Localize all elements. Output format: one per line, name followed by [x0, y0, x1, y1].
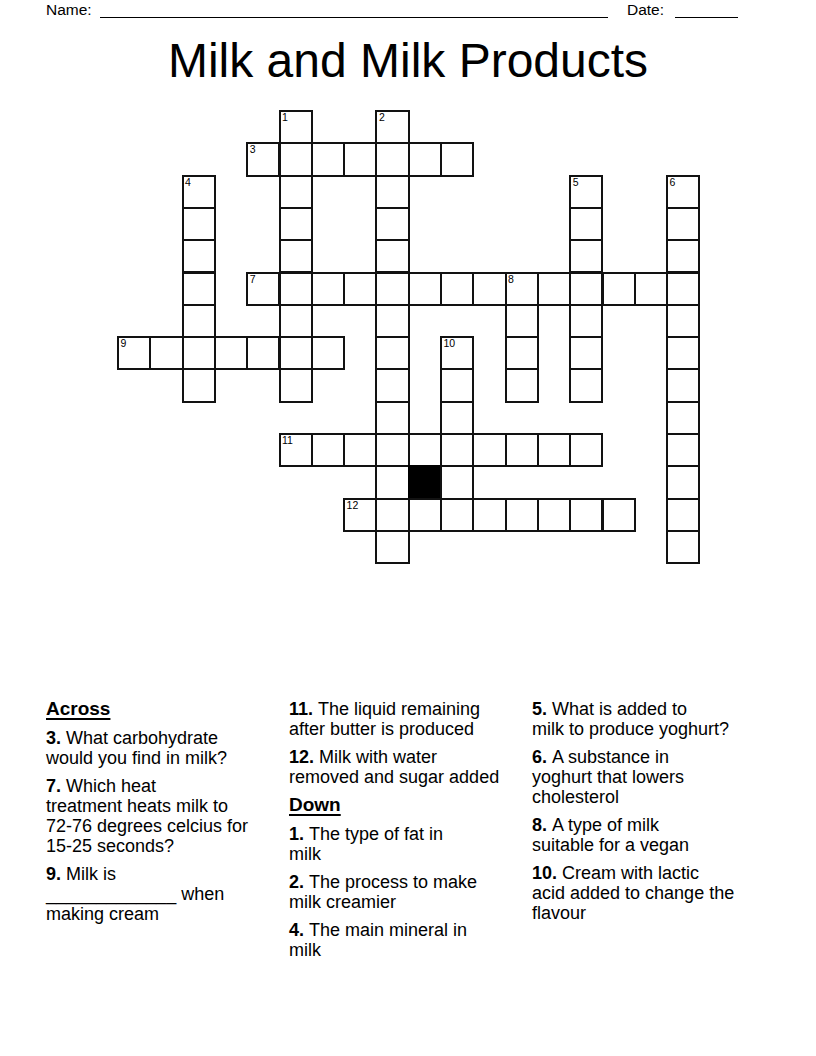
grid-cell[interactable] — [666, 239, 700, 273]
clue-text: Milk with water removed and sugar added — [289, 747, 499, 787]
grid-cell[interactable] — [537, 433, 571, 467]
grid-cell[interactable] — [666, 465, 700, 499]
grid-cell[interactable] — [375, 175, 409, 209]
grid-cell[interactable] — [279, 142, 313, 176]
grid-cell[interactable] — [602, 498, 636, 532]
grid-cell[interactable] — [408, 498, 442, 532]
grid-cell[interactable] — [279, 207, 313, 241]
grid-cell[interactable] — [311, 142, 345, 176]
page-title: Milk and Milk Products — [0, 35, 816, 87]
name-label: Name: — [46, 0, 92, 20]
crossword-worksheet: Name: Date: Milk and Milk Products 12345… — [0, 0, 816, 1056]
clue-number-label: 5. — [532, 699, 547, 719]
grid-cell[interactable] — [569, 336, 603, 370]
grid-cell[interactable] — [182, 304, 216, 338]
grid-cell[interactable] — [375, 272, 409, 306]
crossword-grid: 123456789101112 — [117, 110, 701, 565]
clue-text: Milk is _____________ when making cream — [46, 864, 224, 924]
grid-cell[interactable] — [666, 401, 700, 435]
cell-number-4: 4 — [185, 177, 191, 188]
grid-cell[interactable] — [634, 272, 668, 306]
grid-cell[interactable] — [569, 304, 603, 338]
grid-cell[interactable] — [375, 530, 409, 564]
grid-cell[interactable] — [375, 498, 409, 532]
clue-number-label: 2. — [289, 872, 304, 892]
clue-text: Cream with lactic acid added to change t… — [532, 863, 734, 923]
grid-cell[interactable] — [375, 368, 409, 402]
grid-cell[interactable] — [666, 336, 700, 370]
clue-number-label: 6. — [532, 747, 547, 767]
clue-10: 10.Cream with lactic acid added to chang… — [532, 863, 774, 923]
grid-cell[interactable] — [375, 433, 409, 467]
grid-cell[interactable] — [182, 368, 216, 402]
grid-cell[interactable] — [182, 207, 216, 241]
cell-number-2: 2 — [379, 112, 385, 123]
grid-cell[interactable] — [149, 336, 183, 370]
grid-cell[interactable] — [279, 272, 313, 306]
clue-12: 12.Milk with water removed and sugar add… — [289, 747, 531, 787]
cell-number-12: 12 — [347, 500, 359, 511]
clue-4: 4.The main mineral in milk — [289, 920, 531, 960]
cell-number-1: 1 — [282, 112, 288, 123]
grid-cell[interactable] — [569, 207, 603, 241]
grid-cell[interactable] — [375, 336, 409, 370]
date-input-line[interactable] — [675, 3, 738, 18]
grid-cell[interactable] — [408, 142, 442, 176]
grid-cell[interactable] — [440, 142, 474, 176]
grid-cell[interactable] — [375, 207, 409, 241]
clue-text: Which heat treatment heats milk to 72-76… — [46, 776, 248, 856]
grid-cell[interactable] — [666, 530, 700, 564]
clue-5: 5.What is added to milk to produce yoghu… — [532, 699, 774, 739]
grid-cell[interactable] — [375, 304, 409, 338]
grid-cell[interactable] — [472, 433, 506, 467]
grid-cell[interactable] — [505, 304, 539, 338]
grid-cell[interactable] — [537, 272, 571, 306]
date-label: Date: — [627, 0, 664, 20]
clue-number-label: 12. — [289, 747, 314, 767]
clue-6: 6.A substance in yoghurt that lowers cho… — [532, 747, 774, 807]
grid-cell[interactable] — [569, 368, 603, 402]
clue-2: 2.The process to make milk creamier — [289, 872, 531, 912]
clue-number-label: 4. — [289, 920, 304, 940]
grid-cell[interactable] — [666, 368, 700, 402]
clue-number-label: 10. — [532, 863, 557, 883]
clue-8: 8.A type of milk suitable for a vegan — [532, 815, 774, 855]
clue-column: 5.What is added to milk to produce yoghu… — [532, 699, 774, 931]
grid-cell[interactable] — [343, 433, 377, 467]
down-heading: Down — [289, 795, 531, 815]
grid-cell[interactable] — [311, 272, 345, 306]
grid-cell[interactable] — [505, 433, 539, 467]
grid-cell[interactable] — [279, 304, 313, 338]
clue-number-label: 3. — [46, 728, 61, 748]
grid-cell[interactable] — [182, 272, 216, 306]
grid-cell[interactable] — [279, 368, 313, 402]
clue-number-label: 8. — [532, 815, 547, 835]
clue-9: 9.Milk is _____________ when making crea… — [46, 864, 288, 924]
grid-cell[interactable] — [375, 142, 409, 176]
grid-cell[interactable] — [408, 433, 442, 467]
across-heading: Across — [46, 699, 288, 719]
grid-cell[interactable] — [440, 433, 474, 467]
grid-cell[interactable] — [343, 142, 377, 176]
clue-text: A type of milk suitable for a vegan — [532, 815, 689, 855]
grid-cell[interactable] — [440, 401, 474, 435]
grid-cell[interactable] — [440, 498, 474, 532]
grid-cell[interactable] — [602, 272, 636, 306]
grid-cell[interactable] — [537, 498, 571, 532]
cell-number-11: 11 — [282, 435, 293, 446]
clue-text: What is added to milk to produce yoghurt… — [532, 699, 729, 739]
grid-cell[interactable] — [472, 498, 506, 532]
cell-number-10: 10 — [444, 338, 456, 349]
grid-cell[interactable] — [375, 401, 409, 435]
clue-text: A substance in yoghurt that lowers chole… — [532, 747, 684, 807]
cell-number-7: 7 — [250, 274, 256, 285]
grid-cell[interactable] — [666, 272, 700, 306]
clue-text: The main mineral in milk — [289, 920, 467, 960]
grid-cell[interactable] — [505, 498, 539, 532]
grid-cell[interactable] — [311, 433, 345, 467]
clue-column: 11.The liquid remaining after butter is … — [289, 699, 531, 968]
grid-cell[interactable] — [440, 272, 474, 306]
clue-1: 1.The type of fat in milk — [289, 824, 531, 864]
cell-number-6: 6 — [670, 177, 676, 188]
grid-cell[interactable] — [666, 207, 700, 241]
clue-number-label: 9. — [46, 864, 61, 884]
grid-cell[interactable] — [375, 239, 409, 273]
grid-cell[interactable] — [311, 336, 345, 370]
clue-text: What carbohydrate would you find in milk… — [46, 728, 227, 768]
grid-cell[interactable] — [666, 433, 700, 467]
cell-number-3: 3 — [250, 144, 256, 155]
name-input-line[interactable] — [100, 3, 608, 18]
grid-cell[interactable] — [569, 433, 603, 467]
grid-cell[interactable] — [182, 239, 216, 273]
clue-text: The liquid remaining after butter is pro… — [289, 699, 480, 739]
cell-number-5: 5 — [573, 177, 579, 188]
grid-cell[interactable] — [440, 368, 474, 402]
grid-cell[interactable] — [375, 465, 409, 499]
cell-number-9: 9 — [121, 338, 127, 349]
black-cell — [408, 465, 442, 499]
clue-column: Across3.What carbohydrate would you find… — [46, 699, 288, 932]
clue-text: The process to make milk creamier — [289, 872, 477, 912]
grid-cell[interactable] — [505, 336, 539, 370]
grid-cell[interactable] — [214, 336, 248, 370]
grid-cell[interactable] — [666, 498, 700, 532]
clue-number-label: 1. — [289, 824, 304, 844]
grid-cell[interactable] — [408, 272, 442, 306]
clue-number-label: 11. — [289, 699, 313, 719]
grid-cell[interactable] — [440, 465, 474, 499]
grid-cell[interactable] — [505, 368, 539, 402]
clue-3: 3.What carbohydrate would you find in mi… — [46, 728, 288, 768]
grid-cell[interactable] — [666, 304, 700, 338]
grid-cell[interactable] — [569, 272, 603, 306]
clue-11: 11.The liquid remaining after butter is … — [289, 699, 531, 739]
grid-cell[interactable] — [279, 336, 313, 370]
clue-7: 7.Which heat treatment heats milk to 72-… — [46, 776, 288, 856]
grid-cell[interactable] — [246, 336, 280, 370]
grid-cell[interactable] — [279, 175, 313, 209]
grid-cell[interactable] — [343, 272, 377, 306]
grid-cell[interactable] — [279, 239, 313, 273]
clue-text: The type of fat in milk — [289, 824, 443, 864]
grid-cell[interactable] — [472, 272, 506, 306]
grid-cell[interactable] — [569, 239, 603, 273]
clue-number-label: 7. — [46, 776, 61, 796]
cell-number-8: 8 — [508, 274, 514, 285]
grid-cell[interactable] — [182, 336, 216, 370]
grid-cell[interactable] — [569, 498, 603, 532]
